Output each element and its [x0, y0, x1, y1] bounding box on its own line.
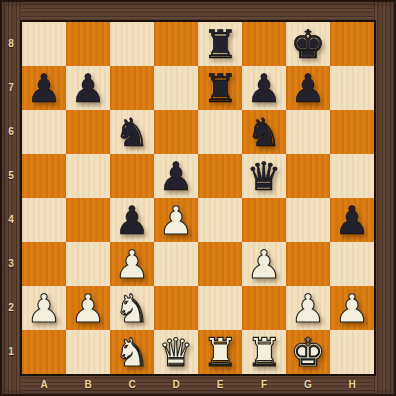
piece-black-pawn[interactable]: ♟	[291, 69, 326, 108]
piece-white-queen[interactable]: ♛	[159, 333, 194, 372]
square-e5[interactable]	[198, 154, 242, 198]
square-g5[interactable]	[286, 154, 330, 198]
piece-white-rook[interactable]: ♜	[247, 333, 282, 372]
square-b1[interactable]	[66, 330, 110, 374]
square-d7[interactable]	[154, 66, 198, 110]
square-a4[interactable]	[22, 198, 66, 242]
square-f4[interactable]	[242, 198, 286, 242]
square-a8[interactable]	[22, 22, 66, 66]
square-g7[interactable]: ♟	[286, 66, 330, 110]
square-a2[interactable]: ♟	[22, 286, 66, 330]
square-a6[interactable]	[22, 110, 66, 154]
square-d3[interactable]	[154, 242, 198, 286]
square-f7[interactable]: ♟	[242, 66, 286, 110]
square-b6[interactable]	[66, 110, 110, 154]
piece-white-knight[interactable]: ♞	[115, 289, 150, 328]
square-d4[interactable]: ♟	[154, 198, 198, 242]
square-d5[interactable]: ♟	[154, 154, 198, 198]
square-h8[interactable]	[330, 22, 374, 66]
square-g6[interactable]	[286, 110, 330, 154]
piece-black-rook[interactable]: ♜	[203, 69, 238, 108]
square-f8[interactable]	[242, 22, 286, 66]
piece-white-pawn[interactable]: ♟	[247, 245, 282, 284]
piece-black-rook[interactable]: ♜	[203, 25, 238, 64]
piece-black-pawn[interactable]: ♟	[71, 69, 106, 108]
piece-white-rook[interactable]: ♜	[203, 333, 238, 372]
square-a7[interactable]: ♟	[22, 66, 66, 110]
square-c3[interactable]: ♟	[110, 242, 154, 286]
square-b8[interactable]	[66, 22, 110, 66]
square-f2[interactable]	[242, 286, 286, 330]
piece-white-pawn[interactable]: ♟	[27, 289, 62, 328]
square-e1[interactable]: ♜	[198, 330, 242, 374]
square-h1[interactable]	[330, 330, 374, 374]
square-c2[interactable]: ♞	[110, 286, 154, 330]
square-e3[interactable]	[198, 242, 242, 286]
square-e2[interactable]	[198, 286, 242, 330]
square-c5[interactable]	[110, 154, 154, 198]
square-c1[interactable]: ♞	[110, 330, 154, 374]
chess-board: ♜♚♟♟♜♟♟♞♞♟♛♟♟♟♟♟♟♟♞♟♟♞♛♜♜♚	[20, 20, 376, 376]
piece-black-pawn[interactable]: ♟	[247, 69, 282, 108]
square-f6[interactable]: ♞	[242, 110, 286, 154]
piece-black-pawn[interactable]: ♟	[27, 69, 62, 108]
square-e8[interactable]: ♜	[198, 22, 242, 66]
square-g4[interactable]	[286, 198, 330, 242]
square-d1[interactable]: ♛	[154, 330, 198, 374]
piece-black-pawn[interactable]: ♟	[115, 201, 150, 240]
piece-black-pawn[interactable]: ♟	[159, 157, 194, 196]
frame-left	[0, 0, 22, 396]
piece-white-knight[interactable]: ♞	[115, 333, 150, 372]
square-f3[interactable]: ♟	[242, 242, 286, 286]
square-b5[interactable]	[66, 154, 110, 198]
piece-black-pawn[interactable]: ♟	[335, 201, 370, 240]
square-d6[interactable]	[154, 110, 198, 154]
square-g3[interactable]	[286, 242, 330, 286]
piece-black-queen[interactable]: ♛	[247, 157, 282, 196]
square-c8[interactable]	[110, 22, 154, 66]
square-d8[interactable]	[154, 22, 198, 66]
square-g1[interactable]: ♚	[286, 330, 330, 374]
square-h3[interactable]	[330, 242, 374, 286]
square-b3[interactable]	[66, 242, 110, 286]
square-h6[interactable]	[330, 110, 374, 154]
square-h7[interactable]	[330, 66, 374, 110]
square-f1[interactable]: ♜	[242, 330, 286, 374]
square-b2[interactable]: ♟	[66, 286, 110, 330]
board-frame: ♜♚♟♟♜♟♟♞♞♟♛♟♟♟♟♟♟♟♞♟♟♞♛♜♜♚ 87654321 ABCD…	[0, 0, 396, 396]
square-a3[interactable]	[22, 242, 66, 286]
square-f5[interactable]: ♛	[242, 154, 286, 198]
frame-right	[374, 0, 396, 396]
square-b4[interactable]	[66, 198, 110, 242]
square-g8[interactable]: ♚	[286, 22, 330, 66]
piece-white-pawn[interactable]: ♟	[159, 201, 194, 240]
square-d2[interactable]	[154, 286, 198, 330]
square-e6[interactable]	[198, 110, 242, 154]
square-c6[interactable]: ♞	[110, 110, 154, 154]
frame-bottom	[0, 374, 396, 396]
square-c4[interactable]: ♟	[110, 198, 154, 242]
piece-black-knight[interactable]: ♞	[247, 113, 282, 152]
square-h2[interactable]: ♟	[330, 286, 374, 330]
square-h4[interactable]: ♟	[330, 198, 374, 242]
square-c7[interactable]	[110, 66, 154, 110]
piece-white-pawn[interactable]: ♟	[71, 289, 106, 328]
square-e7[interactable]: ♜	[198, 66, 242, 110]
frame-top	[0, 0, 396, 22]
piece-black-king[interactable]: ♚	[291, 25, 326, 64]
square-a1[interactable]	[22, 330, 66, 374]
square-a5[interactable]	[22, 154, 66, 198]
square-g2[interactable]: ♟	[286, 286, 330, 330]
piece-white-pawn[interactable]: ♟	[115, 245, 150, 284]
piece-white-pawn[interactable]: ♟	[291, 289, 326, 328]
piece-white-king[interactable]: ♚	[291, 333, 326, 372]
square-e4[interactable]	[198, 198, 242, 242]
square-b7[interactable]: ♟	[66, 66, 110, 110]
square-h5[interactable]	[330, 154, 374, 198]
piece-white-pawn[interactable]: ♟	[335, 289, 370, 328]
piece-black-knight[interactable]: ♞	[115, 113, 150, 152]
